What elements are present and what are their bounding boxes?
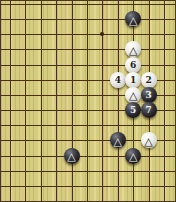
stone-move-number: 6	[130, 57, 136, 73]
triangle-mark-icon: △	[67, 149, 75, 164]
white-stone[interactable]: △	[125, 87, 141, 103]
grid-line-horizontal	[1, 4, 175, 5]
white-stone[interactable]: △	[125, 41, 141, 57]
black-stone[interactable]: 5	[125, 102, 141, 118]
grid-line-horizontal	[1, 19, 175, 20]
black-stone[interactable]: 7	[141, 102, 157, 118]
black-stone[interactable]: △	[125, 11, 141, 27]
black-stone[interactable]: 3	[141, 87, 157, 103]
grid-line-horizontal	[1, 156, 175, 157]
triangle-mark-icon: △	[144, 133, 152, 148]
white-stone[interactable]: 1	[125, 72, 141, 88]
triangle-mark-icon: △	[129, 42, 137, 57]
triangle-mark-icon: △	[129, 88, 137, 103]
white-stone[interactable]: 4	[110, 72, 126, 88]
black-stone[interactable]: △	[125, 148, 141, 164]
white-stone[interactable]: △	[141, 132, 157, 148]
grid-line-horizontal	[1, 65, 175, 66]
white-stone[interactable]: 6	[125, 57, 141, 73]
go-board[interactable]: △△6412△357△△△△	[0, 0, 176, 202]
stone-move-number: 3	[145, 87, 151, 103]
black-stone[interactable]: △	[64, 148, 80, 164]
grid-line-horizontal	[1, 34, 175, 35]
grid-line-horizontal	[1, 49, 175, 50]
stone-move-number: 5	[130, 102, 136, 118]
stone-move-number: 7	[145, 102, 151, 118]
grid-line-horizontal	[1, 201, 175, 202]
white-stone[interactable]: 2	[141, 72, 157, 88]
stone-move-number: 4	[115, 72, 121, 88]
grid-line-horizontal	[1, 186, 175, 187]
grid-line-horizontal	[1, 125, 175, 126]
triangle-mark-icon: △	[114, 133, 122, 148]
stone-move-number: 2	[145, 72, 151, 88]
triangle-mark-icon: △	[129, 12, 137, 27]
black-stone[interactable]: △	[110, 132, 126, 148]
grid-line-horizontal	[1, 171, 175, 172]
stone-move-number: 1	[130, 72, 136, 88]
triangle-mark-icon: △	[129, 149, 137, 164]
star-point	[100, 32, 104, 36]
